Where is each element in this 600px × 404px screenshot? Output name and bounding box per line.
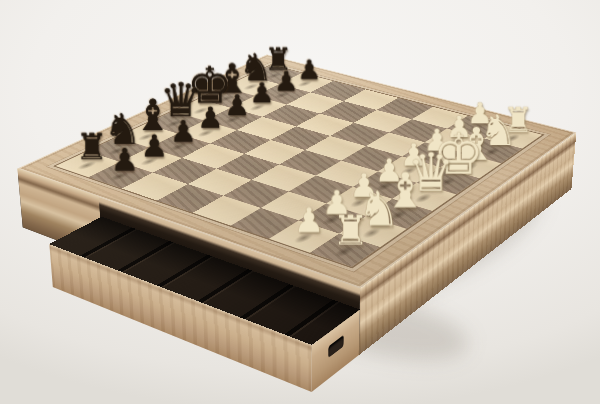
piece-black-pawn: ♟ — [101, 145, 147, 176]
drawer-handle-notch[interactable] — [328, 335, 344, 358]
product-photo-scene: ♜♞♝♛♚♝♞♜♟♟♟♟♟♟♟♟♟♟♟♟♟♟♟♟♜♞♝♛♚♝♞♜ — [0, 0, 600, 404]
piece-white-rook: ♜ — [325, 211, 376, 252]
